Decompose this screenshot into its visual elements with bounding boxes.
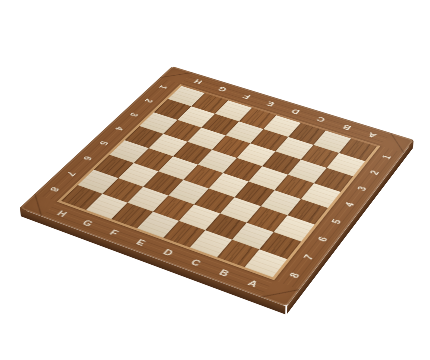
square-e8 <box>137 212 179 238</box>
square-f6 <box>143 171 183 195</box>
square-a6 <box>274 215 315 241</box>
square-c6 <box>220 197 261 222</box>
square-e7 <box>153 196 194 221</box>
square-f8 <box>111 203 153 229</box>
square-d8 <box>163 221 205 248</box>
square-h7 <box>78 170 119 194</box>
square-d5 <box>209 173 249 197</box>
square-d6 <box>194 188 235 213</box>
square-b4 <box>275 175 314 199</box>
square-a4 <box>301 183 341 208</box>
square-c8 <box>190 230 232 257</box>
square-a7 <box>259 232 301 259</box>
square-b8 <box>217 240 259 267</box>
product-photo-stage: HGFEDCBA HGFEDCBA 12345678 12345678 <box>0 0 430 360</box>
square-c5 <box>235 182 275 207</box>
square-g8 <box>86 194 127 219</box>
chessboard: HGFEDCBA HGFEDCBA 12345678 12345678 <box>19 66 414 306</box>
rank-label-left-8: 8 <box>35 178 75 201</box>
square-a5 <box>288 199 328 224</box>
square-f7 <box>127 187 168 212</box>
square-g7 <box>102 178 143 203</box>
near-files-band: HGFEDCBA <box>41 202 274 297</box>
square-b5 <box>261 190 301 215</box>
square-d7 <box>179 204 220 230</box>
square-e6 <box>168 180 208 205</box>
square-h8 <box>61 185 102 210</box>
square-c7 <box>205 213 246 239</box>
square-a8 <box>245 249 287 277</box>
chessboard-face: HGFEDCBA HGFEDCBA 12345678 12345678 <box>19 66 414 306</box>
square-b6 <box>247 206 288 232</box>
square-b7 <box>232 223 274 250</box>
